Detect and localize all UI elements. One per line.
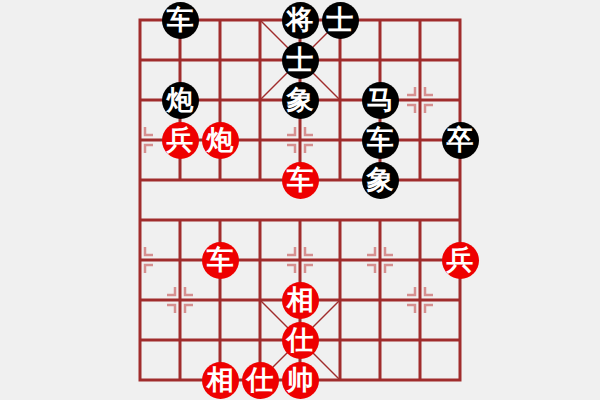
star-point [407,305,415,313]
star-point [305,145,313,153]
star-point [425,105,433,113]
piece-black-cannon[interactable]: 炮 [162,82,199,119]
piece-red-cannon[interactable]: 炮 [202,122,239,159]
star-point [185,287,193,295]
piece-black-advisor[interactable]: 士 [322,2,359,39]
piece-black-chariot[interactable]: 车 [362,122,399,159]
star-point [145,145,153,153]
star-point [185,305,193,313]
piece-red-elephant[interactable]: 相 [282,282,319,319]
star-point [145,247,153,255]
piece-black-horse[interactable]: 马 [362,82,399,119]
piece-red-soldier[interactable]: 兵 [442,242,479,279]
xiangqi-board[interactable]: 车将士士炮象马兵炮车卒车象车兵相仕相仕帅 [0,0,600,400]
star-point [305,247,313,255]
star-point [407,87,415,95]
star-point [367,265,375,273]
star-point-markers [145,87,433,313]
piece-black-advisor[interactable]: 士 [282,42,319,79]
star-point [425,305,433,313]
star-point [145,265,153,273]
star-point [145,127,153,135]
star-point [407,105,415,113]
piece-red-chariot[interactable]: 车 [282,162,319,199]
piece-black-elephant[interactable]: 象 [282,82,319,119]
star-point [287,145,295,153]
star-point [305,265,313,273]
piece-red-advisor[interactable]: 仕 [282,322,319,359]
piece-black-chariot[interactable]: 车 [162,2,199,39]
star-point [167,287,175,295]
star-point [425,87,433,95]
star-point [287,247,295,255]
piece-red-elephant[interactable]: 相 [202,362,239,399]
star-point [425,287,433,295]
piece-red-chariot[interactable]: 车 [202,242,239,279]
star-point [407,287,415,295]
star-point [287,265,295,273]
star-point [287,127,295,135]
piece-black-elephant[interactable]: 象 [362,162,399,199]
piece-red-general[interactable]: 帅 [282,362,319,399]
star-point [385,247,393,255]
piece-black-general[interactable]: 将 [282,2,319,39]
star-point [385,265,393,273]
star-point [305,127,313,135]
piece-red-soldier[interactable]: 兵 [162,122,199,159]
piece-red-advisor[interactable]: 仕 [242,362,279,399]
star-point [167,305,175,313]
piece-black-soldier[interactable]: 卒 [442,122,479,159]
star-point [367,247,375,255]
